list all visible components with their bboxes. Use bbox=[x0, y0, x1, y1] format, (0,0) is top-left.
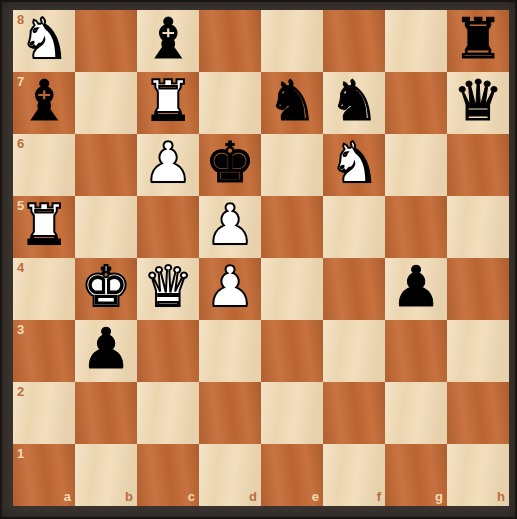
square-b6[interactable] bbox=[75, 134, 137, 196]
square-d7[interactable] bbox=[199, 72, 261, 134]
square-b1[interactable]: b bbox=[75, 444, 137, 506]
square-g7[interactable] bbox=[385, 72, 447, 134]
white-knight[interactable]: ♞ bbox=[329, 134, 379, 194]
black-pawn[interactable]: ♟ bbox=[391, 258, 441, 318]
square-f1[interactable]: f bbox=[323, 444, 385, 506]
white-king[interactable]: ♚ bbox=[81, 258, 131, 318]
square-c8[interactable]: ♝ bbox=[137, 10, 199, 72]
square-d6[interactable]: ♚ bbox=[199, 134, 261, 196]
square-c5[interactable] bbox=[137, 196, 199, 258]
rank-label-2: 2 bbox=[17, 385, 24, 398]
square-a6[interactable]: 6 bbox=[13, 134, 75, 196]
file-label-d: d bbox=[249, 490, 257, 503]
white-rook[interactable]: ♜ bbox=[143, 72, 193, 132]
white-pawn[interactable]: ♟ bbox=[205, 258, 255, 318]
file-label-h: h bbox=[497, 490, 505, 503]
rank-label-3: 3 bbox=[17, 323, 24, 336]
white-pawn[interactable]: ♟ bbox=[205, 196, 255, 256]
square-c1[interactable]: c bbox=[137, 444, 199, 506]
square-b7[interactable] bbox=[75, 72, 137, 134]
square-d2[interactable] bbox=[199, 382, 261, 444]
square-h5[interactable] bbox=[447, 196, 509, 258]
file-label-c: c bbox=[188, 490, 195, 503]
square-h6[interactable] bbox=[447, 134, 509, 196]
black-bishop[interactable]: ♝ bbox=[143, 10, 193, 70]
square-a5[interactable]: 5♜ bbox=[13, 196, 75, 258]
square-g2[interactable] bbox=[385, 382, 447, 444]
square-h2[interactable] bbox=[447, 382, 509, 444]
black-queen[interactable]: ♛ bbox=[453, 72, 503, 132]
square-d1[interactable]: d bbox=[199, 444, 261, 506]
white-pawn[interactable]: ♟ bbox=[143, 134, 193, 194]
square-c3[interactable] bbox=[137, 320, 199, 382]
square-c7[interactable]: ♜ bbox=[137, 72, 199, 134]
square-g5[interactable] bbox=[385, 196, 447, 258]
square-c2[interactable] bbox=[137, 382, 199, 444]
square-e6[interactable] bbox=[261, 134, 323, 196]
file-label-b: b bbox=[125, 490, 133, 503]
black-knight[interactable]: ♞ bbox=[329, 72, 379, 132]
square-d4[interactable]: ♟ bbox=[199, 258, 261, 320]
white-queen[interactable]: ♛ bbox=[143, 258, 193, 318]
square-b3[interactable]: ♟ bbox=[75, 320, 137, 382]
square-c4[interactable]: ♛ bbox=[137, 258, 199, 320]
square-a4[interactable]: 4 bbox=[13, 258, 75, 320]
square-b5[interactable] bbox=[75, 196, 137, 258]
square-a3[interactable]: 3 bbox=[13, 320, 75, 382]
file-label-e: e bbox=[312, 490, 319, 503]
rank-label-4: 4 bbox=[17, 261, 24, 274]
board-frame: 8♞♝♜7♝♜♞♞♛6♟♚♞5♜♟4♚♛♟♟3♟21abcdefgh bbox=[0, 0, 517, 519]
square-h8[interactable]: ♜ bbox=[447, 10, 509, 72]
square-a2[interactable]: 2 bbox=[13, 382, 75, 444]
square-h1[interactable]: h bbox=[447, 444, 509, 506]
square-e7[interactable]: ♞ bbox=[261, 72, 323, 134]
black-pawn[interactable]: ♟ bbox=[81, 320, 131, 380]
square-g4[interactable]: ♟ bbox=[385, 258, 447, 320]
square-e5[interactable] bbox=[261, 196, 323, 258]
square-g1[interactable]: g bbox=[385, 444, 447, 506]
file-label-f: f bbox=[377, 490, 381, 503]
square-e2[interactable] bbox=[261, 382, 323, 444]
black-king[interactable]: ♚ bbox=[205, 134, 255, 194]
square-d3[interactable] bbox=[199, 320, 261, 382]
file-label-a: a bbox=[64, 490, 71, 503]
square-e3[interactable] bbox=[261, 320, 323, 382]
black-knight[interactable]: ♞ bbox=[267, 72, 317, 132]
square-g3[interactable] bbox=[385, 320, 447, 382]
white-knight[interactable]: ♞ bbox=[19, 10, 69, 70]
chess-board: 8♞♝♜7♝♜♞♞♛6♟♚♞5♜♟4♚♛♟♟3♟21abcdefgh bbox=[13, 10, 509, 506]
square-g6[interactable] bbox=[385, 134, 447, 196]
square-f5[interactable] bbox=[323, 196, 385, 258]
file-label-g: g bbox=[435, 490, 443, 503]
square-h7[interactable]: ♛ bbox=[447, 72, 509, 134]
square-e4[interactable] bbox=[261, 258, 323, 320]
square-g8[interactable] bbox=[385, 10, 447, 72]
black-rook[interactable]: ♜ bbox=[453, 10, 503, 70]
white-rook[interactable]: ♜ bbox=[19, 196, 69, 256]
square-d8[interactable] bbox=[199, 10, 261, 72]
square-e8[interactable] bbox=[261, 10, 323, 72]
square-b2[interactable] bbox=[75, 382, 137, 444]
square-b4[interactable]: ♚ bbox=[75, 258, 137, 320]
square-h3[interactable] bbox=[447, 320, 509, 382]
square-a1[interactable]: 1a bbox=[13, 444, 75, 506]
black-bishop[interactable]: ♝ bbox=[19, 72, 69, 132]
rank-label-6: 6 bbox=[17, 137, 24, 150]
square-a8[interactable]: 8♞ bbox=[13, 10, 75, 72]
square-d5[interactable]: ♟ bbox=[199, 196, 261, 258]
square-h4[interactable] bbox=[447, 258, 509, 320]
square-f4[interactable] bbox=[323, 258, 385, 320]
square-f2[interactable] bbox=[323, 382, 385, 444]
square-b8[interactable] bbox=[75, 10, 137, 72]
square-f6[interactable]: ♞ bbox=[323, 134, 385, 196]
square-f3[interactable] bbox=[323, 320, 385, 382]
square-e1[interactable]: e bbox=[261, 444, 323, 506]
square-f8[interactable] bbox=[323, 10, 385, 72]
square-a7[interactable]: 7♝ bbox=[13, 72, 75, 134]
rank-label-1: 1 bbox=[17, 447, 24, 460]
square-f7[interactable]: ♞ bbox=[323, 72, 385, 134]
square-c6[interactable]: ♟ bbox=[137, 134, 199, 196]
